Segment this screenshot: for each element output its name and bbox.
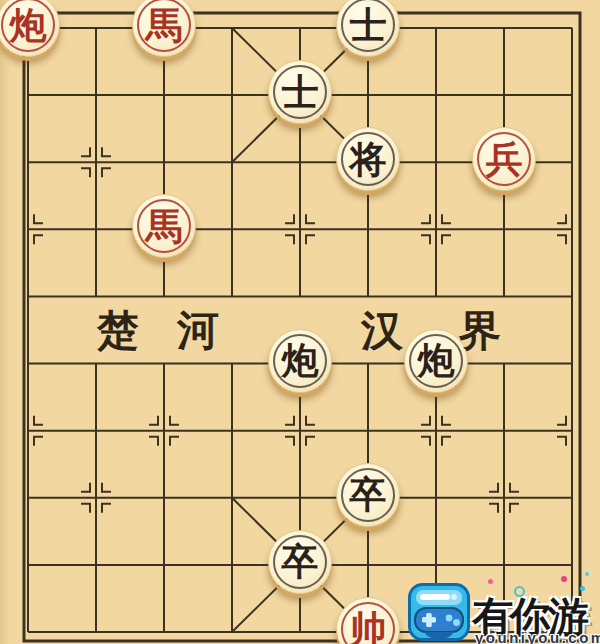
river-label: 汉 — [361, 310, 403, 352]
piece-glyph: 卒 — [282, 543, 319, 580]
piece-black-soldier[interactable]: 卒 — [268, 530, 332, 594]
confetti-dot — [585, 572, 589, 576]
confetti-dot — [488, 579, 493, 584]
xiangqi-board: 炮馬士士将兵馬炮炮卒卒帅 楚河汉界 有你游 youniyou.com — [0, 0, 600, 644]
river-label: 河 — [177, 310, 219, 352]
piece-red-soldier[interactable]: 兵 — [472, 127, 536, 191]
piece-black-soldier[interactable]: 卒 — [336, 463, 400, 527]
piece-red-horse[interactable]: 馬 — [132, 194, 196, 258]
piece-glyph: 馬 — [146, 208, 183, 245]
piece-glyph: 将 — [350, 141, 387, 178]
piece-black-general[interactable]: 将 — [336, 127, 400, 191]
river-label: 界 — [459, 310, 501, 352]
river-label: 楚 — [97, 310, 139, 352]
piece-glyph: 士 — [282, 74, 319, 111]
game-controller-icon — [408, 583, 470, 641]
piece-black-advisor[interactable]: 士 — [268, 60, 332, 124]
piece-glyph: 士 — [350, 7, 387, 44]
piece-black-cannon[interactable]: 炮 — [268, 329, 332, 393]
watermark: 有你游 youniyou.com — [404, 572, 600, 644]
piece-glyph: 帅 — [350, 611, 387, 644]
piece-glyph: 馬 — [146, 7, 183, 44]
piece-glyph: 炮 — [418, 342, 455, 379]
piece-glyph: 兵 — [486, 141, 523, 178]
confetti-dot — [580, 586, 585, 591]
piece-glyph: 卒 — [350, 476, 387, 513]
watermark-url-text: youniyou.com — [475, 629, 600, 644]
piece-glyph: 炮 — [282, 342, 319, 379]
confetti-dot — [514, 586, 525, 597]
piece-glyph: 炮 — [10, 7, 47, 44]
confetti-dot — [561, 576, 567, 582]
